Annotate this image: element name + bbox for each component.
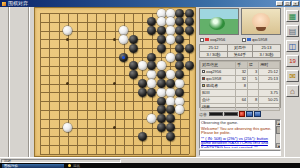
black-stone-12-9	[138, 79, 147, 88]
black-stone-15-14	[166, 123, 175, 132]
star-point	[113, 38, 116, 41]
black-stone-15-12	[166, 105, 175, 114]
white-stone-14-2	[157, 17, 166, 26]
white-stone-15-1	[166, 9, 175, 18]
black-stone-14-3	[157, 26, 166, 35]
window-title: 围棋对弈	[8, 1, 28, 6]
avatar-mouth	[256, 27, 266, 31]
right-panel: xxq2956 qxc5958 25:12对局中25:133 / 30秒第64手…	[197, 7, 283, 157]
white-player-name-row[interactable]: xxq2956	[199, 36, 239, 43]
side-toolbar: ▦▤◫19✉⌂	[284, 7, 300, 157]
black-stone-14-12	[157, 105, 166, 114]
chat-message: Welcome! You are observing this game. Pl…	[201, 127, 276, 136]
black-stone-16-8	[175, 70, 184, 79]
black-stone-14-13	[157, 114, 166, 123]
black-stone-13-3	[147, 26, 156, 35]
row-marker-icon	[202, 77, 205, 80]
stats-cell: 32	[236, 69, 248, 76]
black-flag-icon	[247, 38, 251, 41]
white-stone-13-9	[147, 79, 156, 88]
last-move-marker	[122, 56, 125, 59]
title-bar: 围棋对弈 _ □ ×	[0, 0, 300, 7]
chat-scrollbar[interactable]: ▲ ▼	[275, 120, 280, 148]
stats-cell: 32	[236, 76, 248, 83]
taskbar: 围棋对弈 连线	[0, 163, 300, 168]
stats-cell: 观战者	[201, 83, 236, 90]
row-marker-icon	[202, 84, 205, 87]
home-icon[interactable]: ⌂	[286, 85, 299, 97]
black-stone-17-5	[185, 44, 194, 53]
white-stone-16-11	[175, 97, 184, 106]
stats-cell: 5	[248, 76, 259, 83]
black-stone-16-2	[175, 17, 184, 26]
star-point	[113, 82, 116, 85]
chat-message: Observing the game.	[201, 121, 276, 126]
avatar-figure	[209, 17, 225, 30]
black-stone-12-15	[138, 132, 147, 141]
voice-controls: 语音	[199, 110, 281, 118]
printer-icon[interactable]: ▤	[286, 25, 299, 37]
stats-header-cell: 对局信息	[201, 62, 236, 69]
stats-cell: 3.75	[259, 90, 280, 97]
white-stone-12-7	[138, 61, 147, 70]
black-stone-14-8	[157, 70, 166, 79]
black-stone-16-5	[175, 44, 184, 53]
close-button[interactable]: ×	[292, 1, 299, 6]
star-point	[113, 126, 116, 129]
black-player-avatar	[241, 8, 281, 35]
white-stone-15-8	[166, 70, 175, 79]
timer-cell: 3 / 30秒	[253, 51, 281, 58]
photo-icon[interactable]: ◫	[286, 40, 299, 52]
app-icon	[2, 2, 6, 6]
white-stone-15-2	[166, 17, 175, 26]
panel-splitter[interactable]	[28, 7, 30, 157]
white-player-name: xxq2956	[210, 37, 225, 42]
white-stone-15-3	[166, 26, 175, 35]
black-stone-14-4	[157, 35, 166, 44]
star-point	[66, 38, 69, 41]
black-stone-13-6	[147, 53, 156, 62]
stats-cell: 3	[248, 69, 259, 76]
stats-cell: 合计	[201, 97, 236, 104]
stats-table: 对局信息手提用时xxq295632325:12qxc595832525:13观战…	[199, 60, 281, 108]
black-stone-12-10	[138, 88, 147, 97]
white-stone-13-13	[147, 114, 156, 123]
black-stone-11-4	[129, 35, 138, 44]
stats-cell: 贴目	[201, 90, 236, 97]
board-grid	[40, 13, 189, 154]
board-icon[interactable]: ▦	[286, 10, 299, 22]
black-player-name: qxc5958	[252, 37, 267, 42]
black-stone-11-8	[129, 70, 138, 79]
white-stone-14-1	[157, 9, 166, 18]
play-button[interactable]	[246, 111, 253, 117]
voice-label: 语音	[199, 112, 207, 117]
grid-line-h	[40, 145, 189, 146]
taskbar-app-button[interactable]: 围棋对弈	[2, 164, 64, 168]
maximize-button[interactable]: □	[284, 1, 291, 6]
black-stone-17-2	[185, 17, 194, 26]
black-stone-14-5	[157, 44, 166, 53]
black-stone-10-6	[119, 53, 128, 62]
stats-cell: 8	[248, 97, 259, 104]
grid-line-h	[40, 154, 189, 155]
scrollbar-thumb[interactable]	[276, 126, 281, 134]
white-stone-10-4	[119, 35, 128, 44]
white-stone-10-3	[119, 26, 128, 35]
stats-header-cell: 用时	[259, 62, 280, 69]
black-stone-17-7	[185, 61, 194, 70]
black-stone-14-9	[157, 79, 166, 88]
white-stone-15-4	[166, 35, 175, 44]
black-checkbox[interactable]	[242, 38, 246, 42]
white-player-avatar	[199, 8, 239, 35]
stats-cell	[236, 90, 248, 97]
left-gutter	[0, 7, 34, 157]
black-stone-13-10	[147, 88, 156, 97]
black-stone-15-9	[166, 79, 175, 88]
stats-cell	[248, 90, 259, 97]
stats-cell	[259, 83, 280, 90]
white-stone-15-6	[166, 53, 175, 62]
go-board[interactable]	[34, 7, 196, 157]
timer-table: 25:12对局中25:133 / 30秒第64手3 / 30秒	[199, 44, 281, 58]
chat-link-message[interactable]: ** ( IN: 508) w (29k*) vs (25k*): button…	[201, 137, 276, 150]
star-point	[66, 82, 69, 85]
black-stone-16-7	[175, 61, 184, 70]
black-stone-14-14	[157, 123, 166, 132]
black-player-name-row[interactable]: qxc5958	[241, 36, 281, 43]
white-flag-icon	[205, 38, 209, 41]
white-stone-4-14	[63, 123, 72, 132]
black-stone-11-5	[129, 44, 138, 53]
stats-cell: xxq2956	[201, 69, 236, 76]
stats-cell: 50:25	[259, 97, 280, 104]
tray-icon[interactable]	[68, 164, 71, 167]
scroll-down-icon[interactable]: ▼	[276, 143, 281, 148]
stats-cell: 8	[236, 83, 248, 90]
white-stone-16-9	[175, 79, 184, 88]
black-stone-16-3	[175, 26, 184, 35]
stats-cell: 25:13	[259, 76, 280, 83]
sound-settings-button[interactable]	[254, 111, 261, 117]
white-stone-4-3	[63, 26, 72, 35]
black-stone-15-13	[166, 114, 175, 123]
chat-input[interactable]	[199, 150, 281, 156]
white-stone-15-11	[166, 97, 175, 106]
white-stone-14-10	[157, 88, 166, 97]
black-stone-16-1	[175, 9, 184, 18]
white-checkbox[interactable]	[200, 38, 204, 42]
minimize-button[interactable]: _	[276, 1, 283, 6]
black-stone-16-6	[175, 53, 184, 62]
chat-pane[interactable]: Observing the game.Welcome! You are obse…	[199, 119, 281, 149]
row-marker-icon	[202, 70, 205, 73]
panel-splitter[interactable]	[8, 7, 10, 157]
white-stone-13-8	[147, 70, 156, 79]
black-stone-17-1	[185, 9, 194, 18]
white-stone-14-7	[157, 61, 166, 70]
stats-cell	[248, 83, 259, 90]
stats-cell: 25:12	[259, 69, 280, 76]
black-stone-11-7	[129, 61, 138, 70]
black-stone-16-4	[175, 35, 184, 44]
timer-cell: 第64手	[227, 51, 252, 58]
chat-messages: Observing the game.Welcome! You are obse…	[201, 121, 276, 149]
calendar-icon[interactable]: 19	[286, 55, 299, 67]
stats-header-cell: 提	[248, 62, 259, 69]
white-stone-15-10	[166, 88, 175, 97]
black-stone-15-15	[166, 132, 175, 141]
black-stone-16-10	[175, 88, 184, 97]
mail-icon[interactable]: ✉	[286, 70, 299, 82]
stats-cell: qxc5958	[201, 76, 236, 83]
black-stone-13-7	[147, 61, 156, 70]
voice-meter	[224, 112, 238, 116]
tray-label: 连线	[73, 164, 80, 168]
black-stone-17-3	[185, 26, 194, 35]
voice-meter	[209, 112, 223, 116]
stats-cell: 64	[236, 97, 248, 104]
record-button[interactable]	[239, 111, 245, 117]
white-stone-16-12	[175, 105, 184, 114]
black-stone-14-11	[157, 97, 166, 106]
app-window: 围棋对弈 _ □ × xxq2956 qxc5958	[0, 0, 300, 168]
stats-header-cell: 手	[236, 62, 248, 69]
timer-cell: 3 / 30秒	[200, 51, 228, 58]
black-stone-13-2	[147, 17, 156, 26]
scroll-up-icon[interactable]: ▲	[276, 120, 281, 125]
